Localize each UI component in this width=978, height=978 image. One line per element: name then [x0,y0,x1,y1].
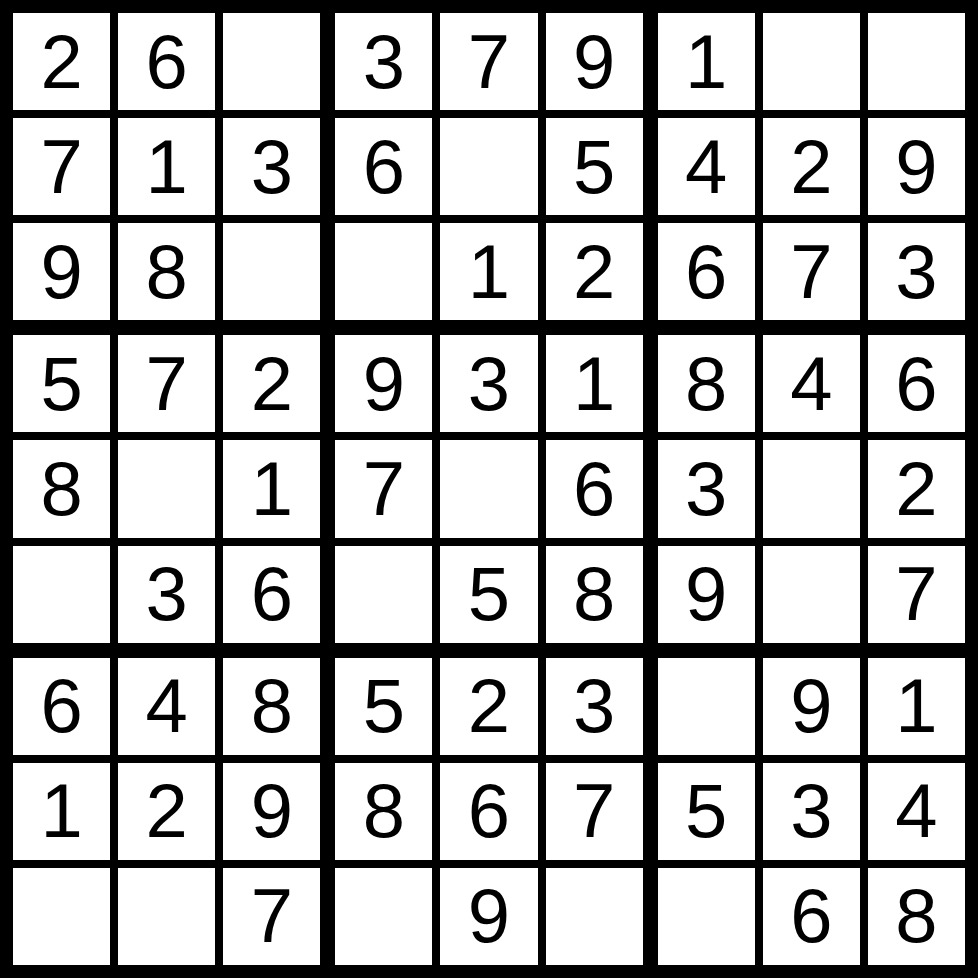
cell-r5c2[interactable] [118,440,215,537]
cell-r2c1[interactable]: 7 [13,118,110,215]
cell-r7c2[interactable]: 4 [118,658,215,755]
cell-r7c9[interactable]: 1 [868,658,965,755]
cell-r7c4[interactable]: 5 [335,658,432,755]
cell-r7c6[interactable]: 3 [546,658,643,755]
cell-r8c2[interactable]: 2 [118,763,215,860]
cell-r3c3[interactable] [223,223,320,320]
cell-r5c1[interactable]: 8 [13,440,110,537]
cell-r9c8[interactable]: 6 [763,868,860,965]
cell-r1c6[interactable]: 9 [546,13,643,110]
cell-r5c6[interactable]: 6 [546,440,643,537]
cell-r4c8[interactable]: 4 [763,335,860,432]
cell-r4c3[interactable]: 2 [223,335,320,432]
cell-r1c4[interactable]: 3 [335,13,432,110]
cell-r6c3[interactable]: 6 [223,546,320,643]
cell-r5c3[interactable]: 1 [223,440,320,537]
cell-r4c7[interactable]: 8 [658,335,755,432]
cell-r9c9[interactable]: 8 [868,868,965,965]
cell-r1c2[interactable]: 6 [118,13,215,110]
cell-r6c4[interactable] [335,546,432,643]
cell-r7c5[interactable]: 2 [440,658,537,755]
sudoku-board: 2637917136542998126735729318468176323658… [13,13,965,965]
cell-r3c6[interactable]: 2 [546,223,643,320]
cell-r9c3[interactable]: 7 [223,868,320,965]
cell-r4c6[interactable]: 1 [546,335,643,432]
cell-r6c7[interactable]: 9 [658,546,755,643]
cell-r9c7[interactable] [658,868,755,965]
cell-r6c9[interactable]: 7 [868,546,965,643]
cell-r8c3[interactable]: 9 [223,763,320,860]
cell-r1c1[interactable]: 2 [13,13,110,110]
cell-r3c5[interactable]: 1 [440,223,537,320]
cell-r9c5[interactable]: 9 [440,868,537,965]
cell-r3c2[interactable]: 8 [118,223,215,320]
cell-r4c5[interactable]: 3 [440,335,537,432]
cell-r3c9[interactable]: 3 [868,223,965,320]
cell-r1c5[interactable]: 7 [440,13,537,110]
cell-r4c4[interactable]: 9 [335,335,432,432]
cell-r3c8[interactable]: 7 [763,223,860,320]
cell-r9c4[interactable] [335,868,432,965]
cell-r2c7[interactable]: 4 [658,118,755,215]
cell-r4c1[interactable]: 5 [13,335,110,432]
cell-r4c9[interactable]: 6 [868,335,965,432]
cell-r2c9[interactable]: 9 [868,118,965,215]
cell-r8c5[interactable]: 6 [440,763,537,860]
cell-r6c5[interactable]: 5 [440,546,537,643]
cell-r8c9[interactable]: 4 [868,763,965,860]
cell-r2c4[interactable]: 6 [335,118,432,215]
cell-r9c6[interactable] [546,868,643,965]
cell-r6c1[interactable] [13,546,110,643]
cell-r3c7[interactable]: 6 [658,223,755,320]
cell-r2c3[interactable]: 3 [223,118,320,215]
cell-r5c8[interactable] [763,440,860,537]
cell-r7c1[interactable]: 6 [13,658,110,755]
cell-r2c5[interactable] [440,118,537,215]
cell-r1c3[interactable] [223,13,320,110]
cell-r6c8[interactable] [763,546,860,643]
cell-r9c2[interactable] [118,868,215,965]
cell-r5c9[interactable]: 2 [868,440,965,537]
cell-r6c6[interactable]: 8 [546,546,643,643]
cell-r2c8[interactable]: 2 [763,118,860,215]
cell-r7c3[interactable]: 8 [223,658,320,755]
cell-r7c8[interactable]: 9 [763,658,860,755]
cell-r5c7[interactable]: 3 [658,440,755,537]
cell-r8c6[interactable]: 7 [546,763,643,860]
cell-r4c2[interactable]: 7 [118,335,215,432]
cell-r1c9[interactable] [868,13,965,110]
cell-r8c7[interactable]: 5 [658,763,755,860]
cell-r2c6[interactable]: 5 [546,118,643,215]
cell-r7c7[interactable] [658,658,755,755]
sudoku-board-frame: 2637917136542998126735729318468176323658… [0,0,978,978]
cell-r1c7[interactable]: 1 [658,13,755,110]
cell-r5c4[interactable]: 7 [335,440,432,537]
cell-r8c1[interactable]: 1 [13,763,110,860]
cell-r6c2[interactable]: 3 [118,546,215,643]
cell-r3c4[interactable] [335,223,432,320]
cell-r2c2[interactable]: 1 [118,118,215,215]
cell-r5c5[interactable] [440,440,537,537]
cell-r9c1[interactable] [13,868,110,965]
cell-r1c8[interactable] [763,13,860,110]
cell-r8c8[interactable]: 3 [763,763,860,860]
cell-r3c1[interactable]: 9 [13,223,110,320]
cell-r8c4[interactable]: 8 [335,763,432,860]
